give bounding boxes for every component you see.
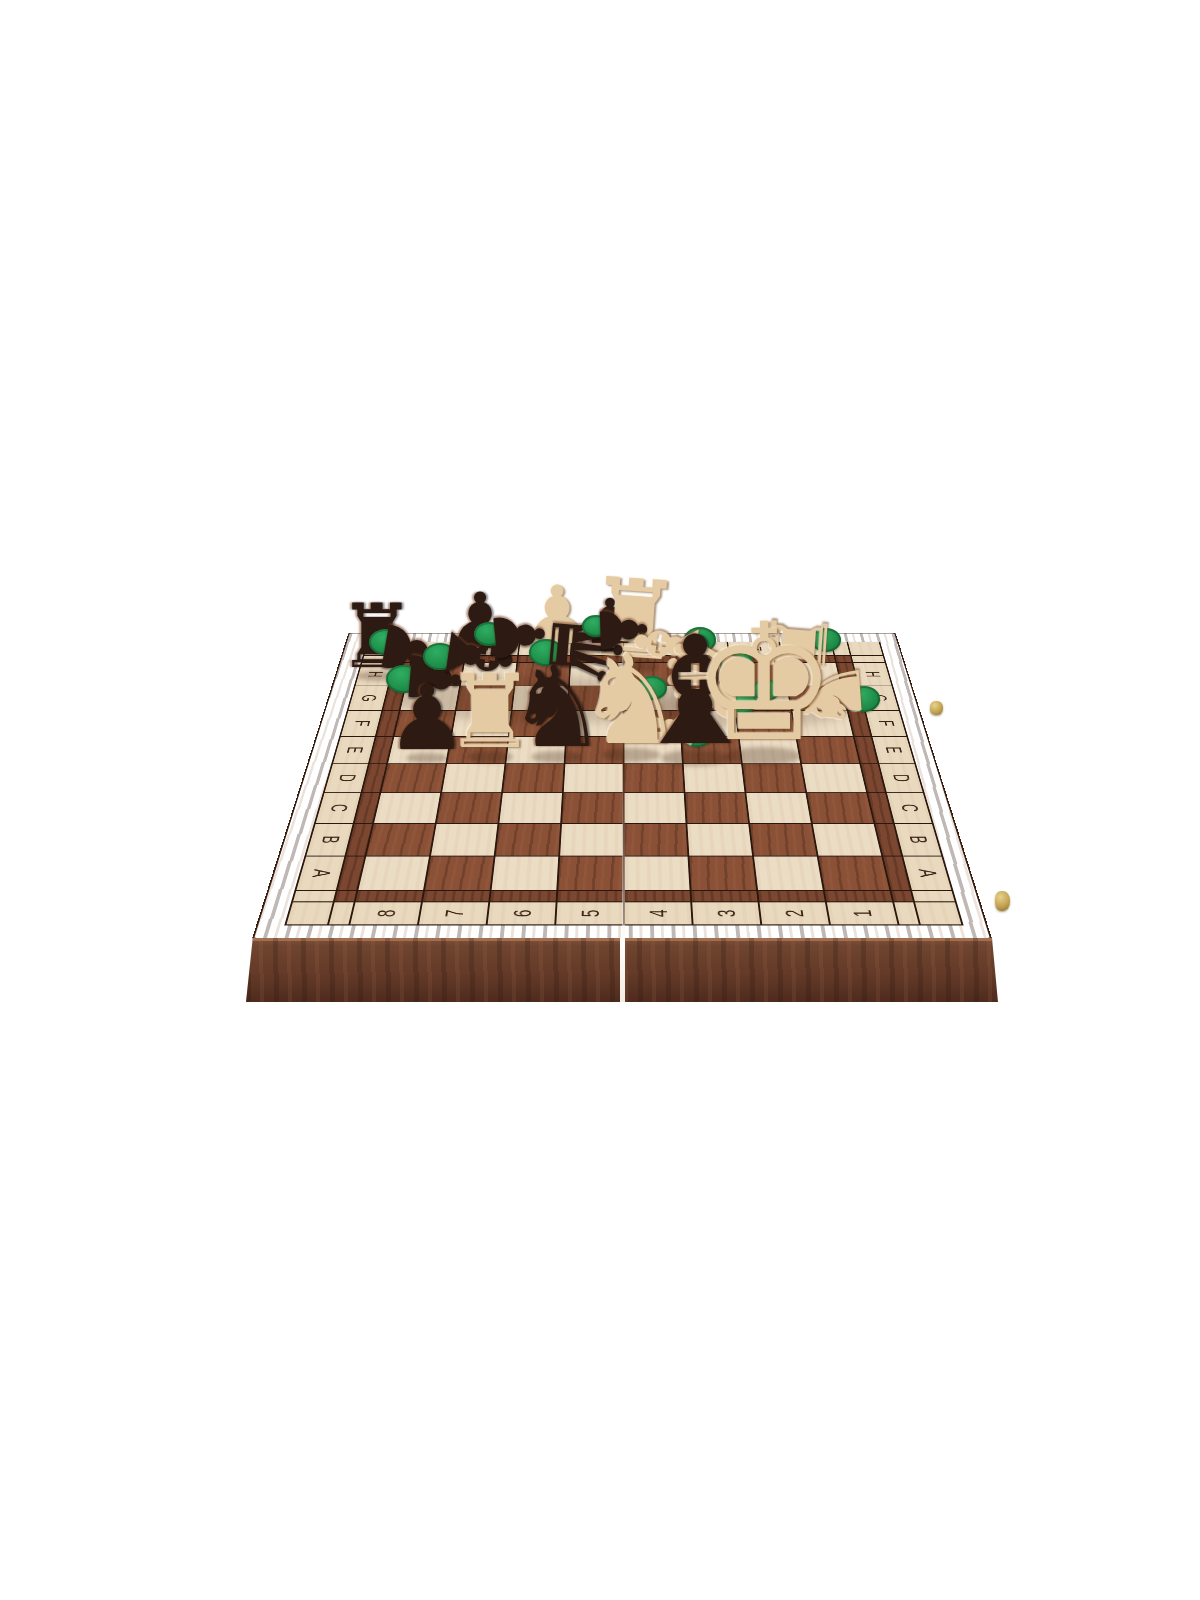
coordinate-label: D — [870, 770, 933, 787]
board-square — [562, 793, 623, 823]
board-square — [813, 824, 881, 856]
coordinate-cell — [912, 891, 954, 901]
board-square — [624, 737, 682, 764]
coordinate-cell — [293, 891, 335, 901]
frame-band — [465, 656, 517, 662]
board-square — [807, 793, 873, 823]
board-square — [679, 686, 735, 710]
coordinate-label: 8 — [362, 896, 410, 932]
coordinate-cell: 7 — [419, 902, 488, 924]
coordinate-label: F — [856, 716, 915, 731]
coordinate-cell: E — [872, 737, 914, 764]
board-square — [750, 824, 817, 856]
board-square — [366, 824, 434, 856]
coordinate-cell: 1 — [827, 902, 898, 924]
fold-seam-side — [620, 938, 625, 1002]
board-square — [680, 711, 737, 736]
board-square — [788, 686, 847, 710]
board-square — [624, 686, 678, 710]
board-square — [437, 793, 501, 823]
board-square — [499, 793, 562, 823]
coordinate-cell: 2 — [760, 902, 829, 924]
coordinate-label: C — [877, 799, 942, 817]
frame-band — [518, 656, 570, 662]
board-square — [560, 824, 623, 856]
board-square — [624, 711, 680, 736]
board-square — [461, 663, 517, 686]
coordinate-cell: G — [859, 686, 898, 710]
coordinate-cell — [915, 902, 961, 924]
board-square — [687, 824, 752, 856]
board-square — [746, 793, 810, 823]
board-side — [246, 938, 998, 1002]
coordinate-label: E — [863, 742, 924, 758]
board-square — [625, 857, 690, 891]
coordinate-cell: H — [853, 663, 891, 686]
coordinate-cell: A — [296, 857, 344, 891]
frame-band — [335, 891, 356, 901]
board-square — [754, 857, 823, 891]
coordinate-label: H — [844, 667, 900, 681]
coordinate-cell: 3 — [692, 902, 760, 924]
coordinate-label: 7 — [431, 896, 477, 932]
board-square — [394, 711, 454, 736]
coordinate-label: 4 — [638, 896, 679, 932]
coordinate-cell: C — [887, 793, 932, 823]
board-square — [625, 793, 686, 823]
frame-band — [782, 656, 835, 662]
board-square — [568, 686, 622, 710]
coordinate-cell: 5 — [556, 902, 623, 924]
board-square — [509, 711, 566, 736]
board-square — [374, 793, 440, 823]
board-square — [496, 824, 561, 856]
frame-band — [395, 656, 411, 662]
board-square — [452, 711, 511, 736]
board-square — [447, 737, 508, 764]
coordinate-cell: D — [325, 764, 368, 792]
coordinate-cell: B — [895, 824, 941, 856]
frame-band — [624, 656, 676, 662]
coordinate-label: 2 — [771, 896, 817, 932]
board-square — [388, 737, 450, 764]
frame-band — [835, 656, 851, 662]
coordinate-cell: 4 — [625, 902, 692, 924]
board-square — [624, 764, 683, 792]
frame-band — [571, 656, 623, 662]
board-square — [784, 663, 841, 686]
coordinate-cell — [397, 642, 415, 655]
board-square — [558, 857, 623, 891]
coordinate-label: A — [893, 863, 962, 883]
board-square — [512, 686, 568, 710]
coordinate-cell — [852, 656, 885, 662]
board-square — [431, 824, 497, 856]
coordinate-label: 5 — [569, 896, 610, 932]
coordinate-cell: 2 — [728, 642, 781, 655]
coordinate-cell: 3 — [676, 642, 728, 655]
board-square — [358, 857, 429, 891]
coordinate-cell: G — [348, 686, 387, 710]
coordinate-label: 6 — [500, 896, 543, 932]
coordinate-cell: D — [879, 764, 922, 792]
board-square — [570, 663, 623, 686]
coordinate-cell — [362, 656, 395, 662]
board-square — [425, 857, 494, 891]
board-square — [564, 764, 623, 792]
coordinate-cell: F — [866, 711, 907, 736]
frame-band — [730, 656, 782, 662]
coordinate-cell: H — [356, 663, 394, 686]
coordinate-cell: 5 — [572, 642, 623, 655]
board-square — [733, 686, 790, 710]
board-square — [625, 824, 688, 856]
board-square — [456, 686, 513, 710]
board-square — [685, 793, 748, 823]
board-square — [736, 711, 795, 736]
coordinate-cell: F — [341, 711, 381, 736]
board-outer-frame: 87654321HHGGFFEEDDCCBBAA87654321 — [252, 633, 992, 939]
board-square — [740, 737, 801, 764]
coordinate-label: G — [850, 691, 908, 706]
coordinate-cell: 6 — [488, 902, 556, 924]
board-square — [503, 764, 564, 792]
chess-board: 87654321HHGGFFEEDDCCBBAA87654321 — [252, 633, 992, 939]
board-square — [684, 764, 745, 792]
coordinate-cell: A — [903, 857, 951, 891]
board-square — [689, 857, 756, 891]
board-square — [792, 711, 852, 736]
frame-band — [677, 656, 729, 662]
board-square — [677, 663, 731, 686]
board-square — [565, 737, 622, 764]
board-square — [819, 857, 890, 891]
board-square — [401, 686, 460, 710]
board-square — [515, 663, 569, 686]
coordinate-cell — [832, 642, 850, 655]
board-square — [743, 764, 806, 792]
board-square — [492, 857, 559, 891]
board-square — [406, 663, 463, 686]
coordinate-label: 3 — [704, 896, 748, 932]
frame-band — [412, 656, 465, 662]
coordinate-cell — [286, 902, 332, 924]
product-photo-stage: 87654321HHGGFFEEDDCCBBAA87654321 ♜♟♟♟♜♟♟… — [0, 0, 1200, 1600]
coordinate-cell: 6 — [519, 642, 571, 655]
board-square — [442, 764, 504, 792]
coordinate-cell: 1 — [780, 642, 834, 655]
brass-clasp — [930, 701, 943, 715]
board-square — [797, 737, 859, 764]
coordinate-cell — [848, 642, 883, 655]
board-square — [381, 764, 445, 792]
board-square — [682, 737, 741, 764]
coordinate-cell: 8 — [350, 902, 421, 924]
board-square — [567, 711, 623, 736]
board-square — [624, 663, 677, 686]
board-square — [802, 764, 866, 792]
board-square — [506, 737, 565, 764]
coordinate-cell: 8 — [413, 642, 467, 655]
coordinate-cell: 4 — [624, 642, 675, 655]
coordinate-label: 1 — [838, 896, 886, 932]
coordinate-cell: 7 — [466, 642, 519, 655]
board-square — [731, 663, 787, 686]
coordinate-cell: C — [316, 793, 361, 823]
frame-band — [892, 891, 913, 901]
coordinate-cell — [364, 642, 399, 655]
coordinate-cell: B — [306, 824, 352, 856]
brass-clasp — [995, 891, 1010, 911]
coordinate-cell: E — [333, 737, 375, 764]
coordinate-label: B — [884, 830, 951, 849]
